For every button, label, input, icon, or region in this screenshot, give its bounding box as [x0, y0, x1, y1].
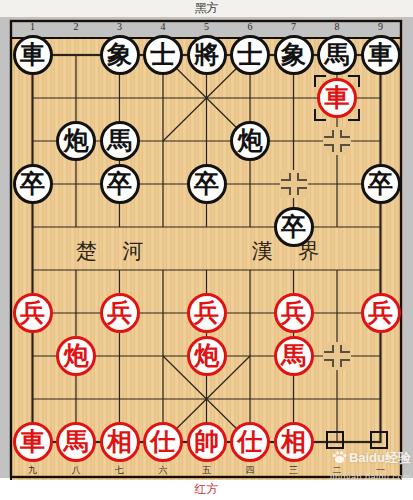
file-coordinate-black: 7 — [291, 21, 296, 32]
piece-red-soldier[interactable]: 兵 — [361, 293, 401, 333]
file-coordinate-red: 九 — [28, 464, 37, 477]
last-move-cross-marker — [323, 342, 351, 370]
piece-red-chariot[interactable]: 車 — [317, 78, 357, 118]
piece-red-soldier[interactable]: 兵 — [100, 293, 140, 333]
piece-red-soldier[interactable]: 兵 — [274, 293, 314, 333]
black-side-label: 黑方 — [0, 0, 413, 17]
piece-red-cannon[interactable]: 炮 — [187, 336, 227, 376]
move-origin-square-marker — [370, 431, 388, 449]
piece-red-advisor[interactable]: 仕 — [143, 422, 183, 462]
file-coordinate-black: 4 — [161, 21, 166, 32]
file-coordinate-black: 9 — [378, 21, 383, 32]
piece-black-horse[interactable]: 馬 — [100, 121, 140, 161]
last-move-cross-marker — [280, 170, 308, 198]
piece-black-advisor[interactable]: 士 — [230, 35, 270, 75]
piece-red-soldier[interactable]: 兵 — [187, 293, 227, 333]
file-coordinate-black: 1 — [30, 21, 35, 32]
page: 黑方 楚 河 漢 界 123456789 九八七六五四三二一 車象士將士象馬車車… — [0, 0, 413, 500]
file-coordinate-red: 五 — [202, 464, 211, 477]
move-origin-square-marker — [326, 431, 344, 449]
file-coordinate-red: 三 — [289, 464, 298, 477]
file-coordinate-black: 5 — [204, 21, 209, 32]
piece-red-advisor[interactable]: 仕 — [230, 422, 270, 462]
paw-icon — [332, 450, 347, 464]
file-coordinate-red: 六 — [159, 464, 168, 477]
piece-black-soldier[interactable]: 卒 — [13, 164, 53, 204]
file-coordinate-red: 四 — [246, 464, 255, 477]
piece-black-soldier[interactable]: 卒 — [187, 164, 227, 204]
baidu-watermark: Baidu经验 jingyan.baidu.com — [301, 450, 411, 482]
river-text-chu-he: 楚 河 — [76, 237, 153, 265]
piece-red-soldier[interactable]: 兵 — [13, 293, 53, 333]
piece-black-soldier[interactable]: 卒 — [361, 164, 401, 204]
file-coordinate-black: 3 — [117, 21, 122, 32]
file-coordinate-black: 8 — [335, 21, 340, 32]
piece-black-general[interactable]: 將 — [187, 35, 227, 75]
piece-black-cannon[interactable]: 炮 — [230, 121, 270, 161]
piece-black-chariot[interactable]: 車 — [361, 35, 401, 75]
piece-red-horse[interactable]: 馬 — [56, 422, 96, 462]
piece-red-elephant[interactable]: 相 — [100, 422, 140, 462]
piece-red-horse[interactable]: 馬 — [274, 336, 314, 376]
piece-red-cannon[interactable]: 炮 — [56, 336, 96, 376]
piece-black-elephant[interactable]: 象 — [100, 35, 140, 75]
piece-black-elephant[interactable]: 象 — [274, 35, 314, 75]
piece-black-chariot[interactable]: 車 — [13, 35, 53, 75]
piece-black-soldier[interactable]: 卒 — [274, 207, 314, 247]
piece-black-advisor[interactable]: 士 — [143, 35, 183, 75]
piece-black-horse[interactable]: 馬 — [317, 35, 357, 75]
file-coordinate-black: 6 — [248, 21, 253, 32]
piece-black-cannon[interactable]: 炮 — [56, 121, 96, 161]
piece-black-soldier[interactable]: 卒 — [100, 164, 140, 204]
red-side-label: 红方 — [0, 480, 413, 500]
piece-red-chariot[interactable]: 車 — [13, 422, 53, 462]
file-coordinate-red: 八 — [72, 464, 81, 477]
file-coordinate-red: 七 — [115, 464, 124, 477]
piece-red-general[interactable]: 帥 — [187, 422, 227, 462]
last-move-cross-marker — [323, 127, 351, 155]
file-coordinate-black: 2 — [74, 21, 79, 32]
watermark-brand: Baidu经验 — [349, 451, 411, 464]
